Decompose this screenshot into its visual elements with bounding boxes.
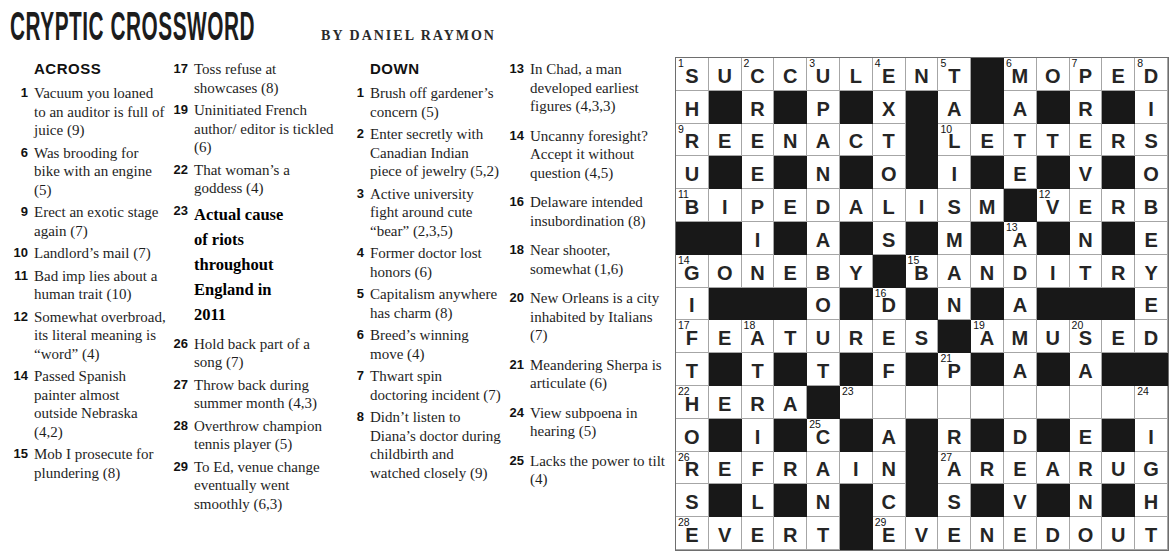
clue-across-26: 26Hold back part of a song (7) [168, 335, 338, 372]
grid-cell-r10c5[interactable]: T [807, 353, 840, 386]
black-cell-r12c6 [840, 419, 873, 452]
cell-letter: D [1144, 328, 1158, 348]
grid-cell-r10c9[interactable]: 21P [938, 353, 971, 386]
grid-cell-r15c12[interactable]: D [1037, 517, 1070, 550]
grid-cell-r9c2[interactable]: E [709, 320, 742, 353]
grid-cell-r15c15[interactable]: T [1135, 517, 1168, 550]
grid-cell-r10c3[interactable]: T [742, 353, 775, 386]
grid-cell-r5c5[interactable]: D [807, 189, 840, 222]
grid-cell-r9c7[interactable]: E [873, 320, 906, 353]
black-cell-r8c14 [1102, 288, 1135, 321]
clue-number: 6 [344, 326, 370, 363]
grid-cell-r15c2[interactable]: V [709, 517, 742, 550]
black-cell-r12c4 [774, 419, 807, 452]
grid-cell-r14c15[interactable]: H [1135, 484, 1168, 517]
cell-letter: U [685, 164, 699, 184]
grid-cell-r11c10[interactable] [971, 386, 1004, 419]
cell-letter: T [948, 66, 960, 86]
grid-cell-r9c4[interactable]: T [774, 320, 807, 353]
cell-letter: S [948, 197, 961, 217]
clue-down-4: 4Former doctor lost honors (6) [344, 244, 502, 281]
grid-cell-r1c3[interactable]: 2C [742, 58, 775, 91]
cell-letter: E [1144, 295, 1157, 315]
black-cell-r10c15 [1135, 353, 1168, 386]
grid-cell-r7c8[interactable]: 15B [906, 255, 939, 288]
grid-cell-r11c12[interactable] [1037, 386, 1070, 419]
grid-cell-r15c14[interactable]: U [1102, 517, 1135, 550]
grid-cell-r2c1[interactable]: H [676, 91, 709, 124]
black-cell-r10c2 [709, 353, 742, 386]
black-cell-r10c10 [971, 353, 1004, 386]
grid-cell-r15c13[interactable]: O [1070, 517, 1103, 550]
grid-cell-r9c8[interactable]: S [906, 320, 939, 353]
cell-letter: C [849, 131, 863, 151]
cell-letter: H [1144, 492, 1158, 512]
grid-cell-r6c7[interactable]: S [873, 222, 906, 255]
grid-cell-r3c10[interactable]: E [971, 124, 1004, 157]
clue-number: 22 [168, 161, 194, 198]
cell-letter: E [948, 525, 961, 545]
cell-letter: Y [849, 263, 862, 283]
clue-text: Actual cause of riots throughout England… [194, 202, 296, 327]
grid-cell-r11c3[interactable]: R [742, 386, 775, 419]
cell-letter: A [783, 394, 797, 414]
grid-cell-r3c11[interactable]: T [1004, 124, 1037, 157]
grid-cell-r13c1[interactable]: 26R [676, 452, 709, 485]
grid-cell-r3c9[interactable]: 10L [938, 124, 971, 157]
cell-letter: E [1013, 164, 1026, 184]
cell-letter: A [947, 99, 961, 119]
cell-number: 14 [678, 255, 690, 266]
cell-letter: S [1144, 131, 1157, 151]
grid-cell-r1c15[interactable]: 8D [1135, 58, 1168, 91]
clue-number: 19 [168, 101, 194, 157]
cell-letter: U [1111, 459, 1125, 479]
grid-cell-r12c9[interactable]: R [938, 419, 971, 452]
clue-down-8: 8Didn’t listen to Diana’s doctor during … [344, 408, 502, 482]
grid-cell-r5c13[interactable]: E [1070, 189, 1103, 222]
grid-cell-r1c5[interactable]: 3U [807, 58, 840, 91]
grid-cell-r5c15[interactable]: B [1135, 189, 1168, 222]
grid-cell-r5c8[interactable]: I [906, 189, 939, 222]
grid-cell-r7c5[interactable]: B [807, 255, 840, 288]
cell-letter: I [919, 197, 925, 217]
black-cell-r2c14 [1102, 91, 1135, 124]
grid-cell-r2c3[interactable]: R [742, 91, 775, 124]
grid-cell-r11c8[interactable] [906, 386, 939, 419]
grid-cell-r2c13[interactable]: R [1070, 91, 1103, 124]
grid-cell-r3c3[interactable]: E [742, 124, 775, 157]
cell-letter: O [1045, 66, 1061, 86]
grid-cell-r5c2[interactable]: I [709, 189, 742, 222]
cell-number: 17 [678, 320, 690, 331]
grid-cell-r5c4[interactable]: E [774, 189, 807, 222]
grid-cell-r5c9[interactable]: S [938, 189, 971, 222]
black-cell-r8c3 [742, 288, 775, 321]
grid-cell-r12c15[interactable]: I [1135, 419, 1168, 452]
clue-down-5: 5Capitalism anywhere has charm (8) [344, 285, 502, 322]
cell-letter: B [1144, 197, 1158, 217]
grid-cell-r13c14[interactable]: U [1102, 452, 1135, 485]
cell-letter: N [947, 295, 961, 315]
cell-letter: A [816, 459, 830, 479]
grid-cell-r15c7[interactable]: 29E [873, 517, 906, 550]
grid-cell-r12c1[interactable]: O [676, 419, 709, 452]
clue-down-1: 1Brush off gardener’s concern (5) [344, 84, 502, 121]
black-cell-r10c8 [906, 353, 939, 386]
cell-letter: A [1013, 361, 1027, 381]
cell-letter: O [684, 427, 700, 447]
grid-cell-r13c5[interactable]: A [807, 452, 840, 485]
grid-cell-r13c11[interactable]: E [1004, 452, 1037, 485]
black-cell-r14c6 [840, 484, 873, 517]
grid-cell-r4c13[interactable]: V [1070, 156, 1103, 189]
grid-cell-r6c9[interactable]: M [938, 222, 971, 255]
grid-cell-r11c6[interactable]: 23 [840, 386, 873, 419]
cell-letter: P [1079, 66, 1092, 86]
black-cell-r2c10 [971, 91, 1004, 124]
clue-down-3: 3Active university fight around cute “be… [344, 185, 502, 241]
grid-cell-r15c11[interactable]: E [1004, 517, 1037, 550]
clue-number: 17 [168, 60, 194, 97]
grid-cell-r11c13[interactable] [1070, 386, 1103, 419]
cell-letter: I [951, 164, 957, 184]
grid-cell-r3c6[interactable]: C [840, 124, 873, 157]
grid-cell-r3c2[interactable]: E [709, 124, 742, 157]
grid-cell-r7c11[interactable]: D [1004, 255, 1037, 288]
clue-text: Toss refuse at showcases (8) [194, 60, 338, 97]
cell-letter: S [882, 230, 895, 250]
grid-cell-r1c11[interactable]: 6M [1004, 58, 1037, 91]
grid-cell-r11c7[interactable] [873, 386, 906, 419]
grid-cell-r1c12[interactable]: O [1037, 58, 1070, 91]
grid-cell-r1c7[interactable]: 4E [873, 58, 906, 91]
grid-cell-r14c3[interactable]: L [742, 484, 775, 517]
cell-letter: E [718, 328, 731, 348]
grid-cell-r11c9[interactable] [938, 386, 971, 419]
grid-cell-r5c14[interactable]: R [1102, 189, 1135, 222]
grid-cell-r11c11[interactable] [1004, 386, 1037, 419]
grid-cell-r12c3[interactable]: I [742, 419, 775, 452]
grid-cell-r7c14[interactable]: R [1102, 255, 1135, 288]
down-clue-list-2: 13In Chad, a man developed earliest figu… [504, 60, 666, 489]
cell-number: 3 [809, 58, 815, 69]
grid-cell-r4c9[interactable]: I [938, 156, 971, 189]
grid-cell-r11c15[interactable]: 24 [1135, 386, 1168, 419]
cell-letter: Y [1144, 263, 1157, 283]
clue-number: 25 [504, 452, 530, 489]
grid-cell-r4c11[interactable]: E [1004, 156, 1037, 189]
black-cell-r10c14 [1102, 353, 1135, 386]
cell-letter: M [1012, 66, 1029, 86]
grid-cell-r3c1[interactable]: 9R [676, 124, 709, 157]
grid-cell-r3c5[interactable]: A [807, 124, 840, 157]
clue-across-6: 6Was brooding for bike with an engine (5… [8, 144, 166, 200]
grid-cell-r12c11[interactable]: D [1004, 419, 1037, 452]
grid-cell-r1c13[interactable]: 7P [1070, 58, 1103, 91]
grid-cell-r1c8[interactable]: N [906, 58, 939, 91]
grid-cell-r1c2[interactable]: U [709, 58, 742, 91]
black-cell-r1c10 [971, 58, 1004, 91]
grid-cell-r1c14[interactable]: E [1102, 58, 1135, 91]
clue-number: 26 [168, 335, 194, 372]
grid-cell-r11c2[interactable]: E [709, 386, 742, 419]
clue-across-12: 12Somewhat overbroad, its literal meanin… [8, 308, 166, 364]
grid-cell-r7c3[interactable]: N [742, 255, 775, 288]
grid-cell-r7c13[interactable]: T [1070, 255, 1103, 288]
clue-across-9: 9Erect an exotic stage again (7) [8, 203, 166, 240]
cell-number: 27 [940, 452, 952, 463]
grid-cell-r14c1[interactable]: S [676, 484, 709, 517]
grid-cell-r3c7[interactable]: T [873, 124, 906, 157]
grid-cell-r15c1[interactable]: 28E [676, 517, 709, 550]
down-header: DOWN [344, 60, 502, 77]
black-cell-r8c8 [906, 288, 939, 321]
cell-letter: I [755, 427, 761, 447]
grid-cell-r6c15[interactable]: E [1135, 222, 1168, 255]
grid-cell-r9c13[interactable]: 20S [1070, 320, 1103, 353]
grid-cell-r3c4[interactable]: N [774, 124, 807, 157]
grid-cell-r9c11[interactable]: M [1004, 320, 1037, 353]
grid-cell-r9c10[interactable]: 19A [971, 320, 1004, 353]
cell-letter: N [1078, 492, 1092, 512]
crossword-grid: 1SU2CC3UL4EN5T6MO7PE8DHRPXAARI9REENACT10… [675, 57, 1169, 551]
clue-text: Hold back part of a song (7) [194, 335, 338, 372]
grid-cell-r2c9[interactable]: A [938, 91, 971, 124]
grid-cell-r6c5[interactable]: A [807, 222, 840, 255]
grid-cell-r15c9[interactable]: E [938, 517, 971, 550]
grid-cell-r15c3[interactable]: E [742, 517, 775, 550]
cell-letter: T [1145, 525, 1157, 545]
grid-cell-r14c7[interactable]: C [873, 484, 906, 517]
cell-letter: R [849, 328, 863, 348]
grid-cell-r7c15[interactable]: Y [1135, 255, 1168, 288]
grid-cell-r2c15[interactable]: I [1135, 91, 1168, 124]
grid-cell-r6c11[interactable]: 13A [1004, 222, 1037, 255]
grid-cell-r15c4[interactable]: R [774, 517, 807, 550]
cell-letter: T [751, 361, 763, 381]
grid-cell-r7c1[interactable]: 14G [676, 255, 709, 288]
grid-cell-r11c14[interactable] [1102, 386, 1135, 419]
grid-cell-r15c8[interactable]: V [906, 517, 939, 550]
clue-across-29: 29To Ed, venue change eventually went sm… [168, 458, 338, 514]
grid-cell-r15c5[interactable]: T [807, 517, 840, 550]
grid-cell-r5c6[interactable]: A [840, 189, 873, 222]
cell-letter: N [980, 525, 994, 545]
grid-cell-r13c4[interactable]: R [774, 452, 807, 485]
clue-text: Didn’t listen to Diana’s doctor during c… [370, 408, 502, 482]
cell-letter: E [1112, 328, 1125, 348]
clue-text: Bad imp lies about a human trait (10) [34, 267, 166, 304]
grid-cell-r7c4[interactable]: E [774, 255, 807, 288]
grid-cell-r9c14[interactable]: E [1102, 320, 1135, 353]
grid-cell-r5c10[interactable]: M [971, 189, 1004, 222]
cell-letter: A [849, 197, 863, 217]
cell-letter: T [1079, 263, 1091, 283]
grid-cell-r13c9[interactable]: 27A [938, 452, 971, 485]
grid-cell-r7c2[interactable]: O [709, 255, 742, 288]
cell-number: 23 [842, 386, 854, 397]
cell-letter: E [751, 525, 764, 545]
grid-cell-r11c4[interactable]: A [774, 386, 807, 419]
black-cell-r4c14 [1102, 156, 1135, 189]
clue-text: Enter secretly with Canadian Indian piec… [370, 125, 502, 181]
grid-cell-r12c5[interactable]: 25C [807, 419, 840, 452]
grid-cell-r8c15[interactable]: E [1135, 288, 1168, 321]
grid-cell-r3c14[interactable]: R [1102, 124, 1135, 157]
grid-cell-r13c12[interactable]: A [1037, 452, 1070, 485]
grid-cell-r8c7[interactable]: 16D [873, 288, 906, 321]
grid-cell-r13c10[interactable]: R [971, 452, 1004, 485]
black-cell-r4c2 [709, 156, 742, 189]
grid-cell-r8c5[interactable]: O [807, 288, 840, 321]
clue-number: 1 [8, 84, 34, 140]
black-cell-r8c2 [709, 288, 742, 321]
cell-letter: E [1013, 525, 1026, 545]
cell-letter: M [946, 230, 963, 250]
cell-letter: A [1045, 459, 1059, 479]
clue-text: Uncanny foresight? Accept it without que… [530, 127, 666, 183]
cell-letter: E [718, 131, 731, 151]
black-cell-r10c4 [774, 353, 807, 386]
clue-text: Active university fight around cute “bea… [370, 185, 502, 241]
clue-across-28: 28Overthrow champion tennis player (5) [168, 417, 338, 454]
grid-cell-r4c15[interactable]: O [1135, 156, 1168, 189]
grid-cell-r10c13[interactable]: A [1070, 353, 1103, 386]
cell-letter: N [750, 263, 764, 283]
grid-cell-r12c7[interactable]: A [873, 419, 906, 452]
cell-letter: T [817, 361, 829, 381]
grid-cell-r1c6[interactable]: L [840, 58, 873, 91]
clue-number: 3 [344, 185, 370, 241]
grid-cell-r1c4[interactable]: C [774, 58, 807, 91]
clue-text: Former doctor lost honors (6) [370, 244, 502, 281]
black-cell-r6c4 [774, 222, 807, 255]
grid-cell-r8c9[interactable]: N [938, 288, 971, 321]
grid-cell-r8c1[interactable]: I [676, 288, 709, 321]
clue-number: 8 [344, 408, 370, 482]
grid-cell-r7c9[interactable]: A [938, 255, 971, 288]
grid-cell-r5c7[interactable]: L [873, 189, 906, 222]
grid-cell-r2c11[interactable]: A [1004, 91, 1037, 124]
down-clues-column-2: 13In Chad, a man developed earliest figu… [504, 60, 666, 500]
grid-cell-r14c11[interactable]: V [1004, 484, 1037, 517]
black-cell-r4c8 [906, 156, 939, 189]
cell-letter: R [1078, 99, 1092, 119]
grid-cell-r4c3[interactable]: E [742, 156, 775, 189]
grid-cell-r14c13[interactable]: N [1070, 484, 1103, 517]
grid-cell-r10c1[interactable]: T [676, 353, 709, 386]
grid-cell-r7c12[interactable]: I [1037, 255, 1070, 288]
grid-cell-r13c6[interactable]: I [840, 452, 873, 485]
cell-number: 1 [678, 58, 684, 69]
grid-cell-r7c10[interactable]: N [971, 255, 1004, 288]
grid-cell-r2c5[interactable]: P [807, 91, 840, 124]
grid-cell-r13c13[interactable]: R [1070, 452, 1103, 485]
cell-letter: S [915, 328, 928, 348]
clue-text: Mob I prosecute for plundering (8) [34, 445, 166, 482]
cell-number: 13 [1006, 222, 1018, 233]
grid-cell-r14c9[interactable]: S [938, 484, 971, 517]
grid-cell-r9c1[interactable]: 17F [676, 320, 709, 353]
grid-cell-r6c13[interactable]: N [1070, 222, 1103, 255]
grid-cell-r9c15[interactable]: D [1135, 320, 1168, 353]
grid-cell-r3c15[interactable]: S [1135, 124, 1168, 157]
black-cell-r6c10 [971, 222, 1004, 255]
black-cell-r8c6 [840, 288, 873, 321]
cell-letter: T [817, 525, 829, 545]
grid-cell-r13c3[interactable]: F [742, 452, 775, 485]
clue-number: 15 [8, 445, 34, 482]
cell-letter: E [751, 131, 764, 151]
cell-letter: R [685, 131, 699, 151]
clue-number: 28 [168, 417, 194, 454]
grid-cell-r13c7[interactable]: N [873, 452, 906, 485]
cell-letter: A [816, 131, 830, 151]
grid-cell-r4c5[interactable]: N [807, 156, 840, 189]
grid-cell-r9c6[interactable]: R [840, 320, 873, 353]
grid-cell-r5c12[interactable]: 12V [1037, 189, 1070, 222]
clue-text: To Ed, venue change eventually went smoo… [194, 458, 338, 514]
grid-cell-r4c7[interactable]: O [873, 156, 906, 189]
grid-cell-r9c3[interactable]: 18A [742, 320, 775, 353]
grid-cell-r3c13[interactable]: E [1070, 124, 1103, 157]
black-cell-r14c14 [1102, 484, 1135, 517]
clue-across-1: 1Vacuum you loaned to an auditor is full… [8, 84, 166, 140]
grid-cell-r10c11[interactable]: A [1004, 353, 1037, 386]
grid-cell-r5c3[interactable]: P [742, 189, 775, 222]
cell-letter: U [816, 328, 830, 348]
cell-letter: F [751, 459, 763, 479]
grid-cell-r3c12[interactable]: T [1037, 124, 1070, 157]
cell-number: 9 [678, 124, 684, 135]
grid-cell-r9c12[interactable]: U [1037, 320, 1070, 353]
grid-cell-r5c1[interactable]: 11B [676, 189, 709, 222]
grid-cell-r14c5[interactable]: N [807, 484, 840, 517]
grid-cell-r15c10[interactable]: N [971, 517, 1004, 550]
cell-letter: L [883, 197, 895, 217]
grid-cell-r1c9[interactable]: 5T [938, 58, 971, 91]
grid-cell-r8c11[interactable]: A [1004, 288, 1037, 321]
grid-cell-r13c2[interactable]: E [709, 452, 742, 485]
clue-number: 23 [168, 202, 194, 327]
black-cell-r12c8 [906, 419, 939, 452]
grid-cell-r11c1[interactable]: 22H [676, 386, 709, 419]
across-header: ACROSS [8, 60, 166, 77]
grid-cell-r6c3[interactable]: I [742, 222, 775, 255]
cell-letter: D [1144, 66, 1158, 86]
black-cell-r6c2 [709, 222, 742, 255]
clue-number: 13 [504, 60, 530, 116]
grid-cell-r1c1[interactable]: 1S [676, 58, 709, 91]
grid-cell-r9c5[interactable]: U [807, 320, 840, 353]
black-cell-r6c6 [840, 222, 873, 255]
cell-number: 21 [940, 353, 952, 364]
grid-cell-r12c13[interactable]: E [1070, 419, 1103, 452]
cell-letter: G [1143, 459, 1159, 479]
cell-letter: I [1148, 99, 1154, 119]
black-cell-r12c10 [971, 419, 1004, 452]
grid-cell-r10c7[interactable]: F [873, 353, 906, 386]
grid-cell-r13c15[interactable]: G [1135, 452, 1168, 485]
clue-down-13: 13In Chad, a man developed earliest figu… [504, 60, 666, 116]
cell-number: 16 [875, 288, 887, 299]
cell-number: 26 [678, 452, 690, 463]
grid-cell-r4c1[interactable]: U [676, 156, 709, 189]
black-cell-r2c4 [774, 91, 807, 124]
grid-cell-r7c6[interactable]: Y [840, 255, 873, 288]
grid-cell-r2c7[interactable]: X [873, 91, 906, 124]
